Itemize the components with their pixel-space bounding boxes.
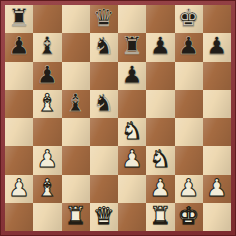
square-d1[interactable]: ♛ (90, 203, 118, 231)
piece-white-pawn[interactable]: ♟ (37, 147, 59, 171)
piece-white-pawn[interactable]: ♟ (206, 176, 228, 200)
square-d3[interactable] (90, 146, 118, 174)
piece-black-pawn[interactable]: ♟ (206, 34, 228, 58)
square-c5[interactable]: ♝ (62, 90, 90, 118)
square-a3[interactable] (5, 146, 33, 174)
square-f1[interactable]: ♜ (146, 203, 174, 231)
square-h6[interactable] (203, 62, 231, 90)
square-f5[interactable] (146, 90, 174, 118)
piece-white-knight[interactable]: ♞ (150, 147, 172, 171)
square-h1[interactable] (203, 203, 231, 231)
piece-white-queen[interactable]: ♛ (93, 204, 115, 228)
square-h7[interactable]: ♟ (203, 33, 231, 61)
square-g8[interactable]: ♚ (175, 5, 203, 33)
piece-white-rook[interactable]: ♜ (65, 204, 87, 228)
square-b7[interactable]: ♝ (33, 33, 61, 61)
square-a2[interactable]: ♟ (5, 175, 33, 203)
square-f8[interactable] (146, 5, 174, 33)
piece-black-pawn[interactable]: ♟ (8, 34, 30, 58)
piece-white-pawn[interactable]: ♟ (8, 176, 30, 200)
square-f3[interactable]: ♞ (146, 146, 174, 174)
square-a8[interactable]: ♜ (5, 5, 33, 33)
piece-black-bishop[interactable]: ♝ (37, 34, 59, 58)
square-h8[interactable] (203, 5, 231, 33)
square-c6[interactable] (62, 62, 90, 90)
square-c3[interactable] (62, 146, 90, 174)
piece-white-bishop[interactable]: ♝ (37, 91, 59, 115)
square-b8[interactable] (33, 5, 61, 33)
square-c2[interactable] (62, 175, 90, 203)
square-a1[interactable] (5, 203, 33, 231)
square-f7[interactable]: ♟ (146, 33, 174, 61)
piece-white-pawn[interactable]: ♟ (121, 147, 143, 171)
square-c4[interactable] (62, 118, 90, 146)
square-c1[interactable]: ♜ (62, 203, 90, 231)
square-f4[interactable] (146, 118, 174, 146)
square-g7[interactable]: ♟ (175, 33, 203, 61)
square-g4[interactable] (175, 118, 203, 146)
piece-black-bishop[interactable]: ♝ (65, 91, 87, 115)
square-b3[interactable]: ♟ (33, 146, 61, 174)
square-g5[interactable] (175, 90, 203, 118)
square-f2[interactable]: ♟ (146, 175, 174, 203)
piece-black-knight[interactable]: ♞ (93, 34, 115, 58)
piece-white-pawn[interactable]: ♟ (178, 176, 200, 200)
piece-white-rook[interactable]: ♜ (150, 204, 172, 228)
square-f6[interactable] (146, 62, 174, 90)
piece-black-pawn[interactable]: ♟ (37, 63, 59, 87)
square-e5[interactable] (118, 90, 146, 118)
square-h2[interactable]: ♟ (203, 175, 231, 203)
square-a5[interactable] (5, 90, 33, 118)
square-b5[interactable]: ♝ (33, 90, 61, 118)
piece-black-pawn[interactable]: ♟ (121, 63, 143, 87)
board-frame: ♜♛♚♟♝♞♜♟♟♟♟♟♝♝♞♞♟♟♞♟♝♟♟♟♜♛♜♚ (0, 0, 236, 236)
piece-black-rook[interactable]: ♜ (8, 6, 30, 30)
square-e3[interactable]: ♟ (118, 146, 146, 174)
square-a4[interactable] (5, 118, 33, 146)
square-e6[interactable]: ♟ (118, 62, 146, 90)
square-b2[interactable]: ♝ (33, 175, 61, 203)
piece-white-bishop[interactable]: ♝ (37, 176, 59, 200)
square-g1[interactable]: ♚ (175, 203, 203, 231)
square-g2[interactable]: ♟ (175, 175, 203, 203)
square-d4[interactable] (90, 118, 118, 146)
piece-white-knight[interactable]: ♞ (121, 119, 143, 143)
square-d7[interactable]: ♞ (90, 33, 118, 61)
square-d8[interactable]: ♛ (90, 5, 118, 33)
piece-black-knight[interactable]: ♞ (93, 91, 115, 115)
square-h3[interactable] (203, 146, 231, 174)
square-b6[interactable]: ♟ (33, 62, 61, 90)
piece-black-king[interactable]: ♚ (178, 6, 200, 30)
square-e7[interactable]: ♜ (118, 33, 146, 61)
square-g3[interactable] (175, 146, 203, 174)
square-d2[interactable] (90, 175, 118, 203)
square-e1[interactable] (118, 203, 146, 231)
square-h5[interactable] (203, 90, 231, 118)
square-b1[interactable] (33, 203, 61, 231)
square-b4[interactable] (33, 118, 61, 146)
chess-board: ♜♛♚♟♝♞♜♟♟♟♟♟♝♝♞♞♟♟♞♟♝♟♟♟♜♛♜♚ (5, 5, 231, 231)
piece-white-king[interactable]: ♚ (178, 204, 200, 228)
square-e4[interactable]: ♞ (118, 118, 146, 146)
square-d6[interactable] (90, 62, 118, 90)
square-c7[interactable] (62, 33, 90, 61)
piece-black-pawn[interactable]: ♟ (150, 34, 172, 58)
square-a7[interactable]: ♟ (5, 33, 33, 61)
square-h4[interactable] (203, 118, 231, 146)
square-e2[interactable] (118, 175, 146, 203)
square-g6[interactable] (175, 62, 203, 90)
piece-black-rook[interactable]: ♜ (121, 34, 143, 58)
piece-black-pawn[interactable]: ♟ (178, 34, 200, 58)
piece-white-pawn[interactable]: ♟ (150, 176, 172, 200)
square-e8[interactable] (118, 5, 146, 33)
square-a6[interactable] (5, 62, 33, 90)
square-d5[interactable]: ♞ (90, 90, 118, 118)
piece-black-queen[interactable]: ♛ (93, 6, 115, 30)
square-c8[interactable] (62, 5, 90, 33)
